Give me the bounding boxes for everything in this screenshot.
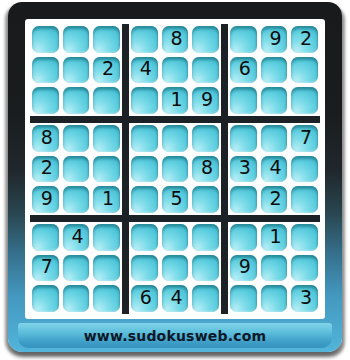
cell-r6c2[interactable]	[63, 186, 90, 213]
cell-r1c2[interactable]	[63, 26, 90, 53]
cell-r8c5[interactable]	[162, 255, 189, 282]
cell-r9c1[interactable]	[32, 285, 59, 312]
cell-r2c4[interactable]: 4	[131, 57, 158, 84]
cell-r9c9[interactable]: 3	[291, 285, 318, 312]
cell-r7c4[interactable]	[131, 224, 158, 251]
cell-r6c9[interactable]	[291, 186, 318, 213]
cell-r9c2[interactable]	[63, 285, 90, 312]
cell-r2c7[interactable]: 6	[230, 57, 257, 84]
cell-r5c9[interactable]	[291, 156, 318, 183]
cell-r6c5[interactable]: 5	[162, 186, 189, 213]
box-r2c3: 7342	[228, 123, 320, 215]
cell-r8c9[interactable]	[291, 255, 318, 282]
cell-r2c6[interactable]	[192, 57, 219, 84]
cell-r4c4[interactable]	[131, 125, 158, 152]
cell-r1c8[interactable]: 9	[261, 26, 288, 53]
box-r3c3: 193	[228, 222, 320, 314]
cell-r7c9[interactable]	[291, 224, 318, 251]
cell-r5c3[interactable]	[93, 156, 120, 183]
cell-r9c8[interactable]	[261, 285, 288, 312]
cell-r9c5[interactable]: 4	[162, 285, 189, 312]
cell-r1c5[interactable]: 8	[162, 26, 189, 53]
cell-r5c4[interactable]	[131, 156, 158, 183]
cell-r8c1[interactable]: 7	[32, 255, 59, 282]
cell-r6c8[interactable]: 2	[261, 186, 288, 213]
cell-r8c8[interactable]	[261, 255, 288, 282]
box-r2c2: 85	[129, 123, 221, 215]
cell-r1c6[interactable]	[192, 26, 219, 53]
cell-r7c7[interactable]	[230, 224, 257, 251]
cell-r6c1[interactable]: 9	[32, 186, 59, 213]
cell-r8c6[interactable]	[192, 255, 219, 282]
cell-r6c3[interactable]: 1	[93, 186, 120, 213]
footer-bar: www.sudokusweb.com	[18, 323, 332, 348]
cell-r3c1[interactable]	[32, 87, 59, 114]
cell-r7c1[interactable]	[32, 224, 59, 251]
cell-r9c6[interactable]	[192, 285, 219, 312]
cell-r7c3[interactable]	[93, 224, 120, 251]
cell-r2c9[interactable]	[291, 57, 318, 84]
cell-r7c2[interactable]: 4	[63, 224, 90, 251]
cell-r4c7[interactable]	[230, 125, 257, 152]
cell-r3c9[interactable]	[291, 87, 318, 114]
box-r2c1: 8291	[30, 123, 122, 215]
cell-r9c3[interactable]	[93, 285, 120, 312]
cell-r7c8[interactable]: 1	[261, 224, 288, 251]
cell-r4c6[interactable]	[192, 125, 219, 152]
cell-r5c2[interactable]	[63, 156, 90, 183]
cell-r1c1[interactable]	[32, 26, 59, 53]
cell-r5c5[interactable]	[162, 156, 189, 183]
cell-r1c4[interactable]	[131, 26, 158, 53]
cell-r3c8[interactable]	[261, 87, 288, 114]
cell-r8c4[interactable]	[131, 255, 158, 282]
cell-r4c3[interactable]	[93, 125, 120, 152]
cell-r8c3[interactable]	[93, 255, 120, 282]
cell-r3c6[interactable]: 9	[192, 87, 219, 114]
sudoku-board: 2841992682918573424764193	[25, 19, 325, 319]
cell-r8c7[interactable]: 9	[230, 255, 257, 282]
cell-r4c5[interactable]	[162, 125, 189, 152]
box-r3c1: 47	[30, 222, 122, 314]
cell-r2c1[interactable]	[32, 57, 59, 84]
box-r1c3: 926	[228, 24, 320, 116]
page: { "game": "sudoku", "position": "....8..…	[0, 0, 350, 360]
box-r1c2: 8419	[129, 24, 221, 116]
cell-r3c5[interactable]: 1	[162, 87, 189, 114]
cell-r4c1[interactable]: 8	[32, 125, 59, 152]
box-r1c1: 2	[30, 24, 122, 116]
cell-r1c9[interactable]: 2	[291, 26, 318, 53]
sudoku-grid: 2841992682918573424764193	[30, 24, 320, 314]
cell-r3c7[interactable]	[230, 87, 257, 114]
cell-r6c6[interactable]	[192, 186, 219, 213]
box-r3c2: 64	[129, 222, 221, 314]
board-frame: 2841992682918573424764193 www.sudokusweb…	[8, 2, 342, 352]
cell-r4c2[interactable]	[63, 125, 90, 152]
cell-r2c3[interactable]: 2	[93, 57, 120, 84]
cell-r3c4[interactable]	[131, 87, 158, 114]
cell-r9c7[interactable]	[230, 285, 257, 312]
website-link[interactable]: www.sudokusweb.com	[84, 328, 267, 344]
cell-r5c7[interactable]: 3	[230, 156, 257, 183]
cell-r5c6[interactable]: 8	[192, 156, 219, 183]
cell-r2c2[interactable]	[63, 57, 90, 84]
cell-r4c9[interactable]: 7	[291, 125, 318, 152]
cell-r3c2[interactable]	[63, 87, 90, 114]
cell-r3c3[interactable]	[93, 87, 120, 114]
cell-r6c4[interactable]	[131, 186, 158, 213]
cell-r4c8[interactable]	[261, 125, 288, 152]
cell-r1c7[interactable]	[230, 26, 257, 53]
cell-r1c3[interactable]	[93, 26, 120, 53]
cell-r2c5[interactable]	[162, 57, 189, 84]
cell-r5c8[interactable]: 4	[261, 156, 288, 183]
cell-r8c2[interactable]	[63, 255, 90, 282]
cell-r6c7[interactable]	[230, 186, 257, 213]
cell-r7c5[interactable]	[162, 224, 189, 251]
cell-r5c1[interactable]: 2	[32, 156, 59, 183]
cell-r7c6[interactable]	[192, 224, 219, 251]
cell-r9c4[interactable]: 6	[131, 285, 158, 312]
cell-r2c8[interactable]	[261, 57, 288, 84]
